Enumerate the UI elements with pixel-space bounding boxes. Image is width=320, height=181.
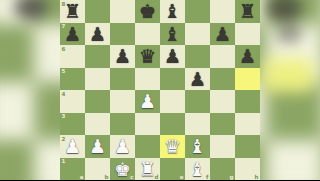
background-blur-piece-smudge — [276, 22, 302, 44]
square-g6[interactable] — [210, 45, 235, 68]
background-blur-highlight-smudge — [262, 58, 314, 92]
square-a6[interactable]: 6 — [60, 45, 85, 68]
piece-black-pawn[interactable]: ♟ — [210, 23, 235, 46]
square-b2[interactable]: ♟ — [85, 135, 110, 158]
piece-white-rook[interactable]: ♜ — [135, 158, 160, 181]
file-label-g: g — [230, 174, 234, 180]
rank-label-6: 6 — [62, 46, 66, 52]
piece-white-bishop[interactable]: ♝ — [185, 135, 210, 158]
square-c5[interactable] — [110, 68, 135, 91]
square-h7[interactable] — [235, 23, 260, 46]
chess-board: 8♜♚♝♜7♟♟♝♟6♟♛♟♟5♟4♟32♟♟♟♛♝1abc♚d♜ef♝gh — [60, 0, 260, 180]
square-b1[interactable]: b — [85, 158, 110, 181]
square-e3[interactable] — [160, 113, 185, 136]
square-h3[interactable] — [235, 113, 260, 136]
square-a1[interactable]: 1a — [60, 158, 85, 181]
square-f7[interactable] — [185, 23, 210, 46]
square-c4[interactable] — [110, 90, 135, 113]
piece-white-pawn[interactable]: ♟ — [60, 135, 85, 158]
square-d6[interactable]: ♛ — [135, 45, 160, 68]
square-e7[interactable]: ♝ — [160, 23, 185, 46]
piece-black-rook[interactable]: ♜ — [235, 0, 260, 23]
square-f2[interactable]: ♝ — [185, 135, 210, 158]
piece-black-king[interactable]: ♚ — [135, 0, 160, 23]
square-h8[interactable]: ♜ — [235, 0, 260, 23]
square-c8[interactable] — [110, 0, 135, 23]
file-label-a: a — [80, 174, 84, 180]
square-g5[interactable] — [210, 68, 235, 91]
square-b4[interactable] — [85, 90, 110, 113]
square-d5[interactable] — [135, 68, 160, 91]
file-label-e: e — [180, 174, 184, 180]
square-c7[interactable] — [110, 23, 135, 46]
square-g2[interactable] — [210, 135, 235, 158]
piece-white-pawn[interactable]: ♟ — [135, 90, 160, 113]
square-g7[interactable]: ♟ — [210, 23, 235, 46]
square-f3[interactable] — [185, 113, 210, 136]
piece-black-pawn[interactable]: ♟ — [160, 45, 185, 68]
square-a7[interactable]: 7♟ — [60, 23, 85, 46]
piece-black-pawn[interactable]: ♟ — [110, 45, 135, 68]
piece-white-queen[interactable]: ♛ — [160, 135, 185, 158]
piece-black-bishop[interactable]: ♝ — [160, 23, 185, 46]
square-b3[interactable] — [85, 113, 110, 136]
square-d8[interactable]: ♚ — [135, 0, 160, 23]
square-c3[interactable] — [110, 113, 135, 136]
square-c6[interactable]: ♟ — [110, 45, 135, 68]
square-g1[interactable]: g — [210, 158, 235, 181]
piece-white-bishop[interactable]: ♝ — [185, 158, 210, 181]
square-f6[interactable] — [185, 45, 210, 68]
square-c2[interactable]: ♟ — [110, 135, 135, 158]
square-h2[interactable] — [235, 135, 260, 158]
square-h1[interactable]: h — [235, 158, 260, 181]
square-a5[interactable]: 5 — [60, 68, 85, 91]
square-f4[interactable] — [185, 90, 210, 113]
square-h6[interactable]: ♟ — [235, 45, 260, 68]
square-b5[interactable] — [85, 68, 110, 91]
square-f5[interactable]: ♟ — [185, 68, 210, 91]
square-a3[interactable]: 3 — [60, 113, 85, 136]
square-e2[interactable]: ♛ — [160, 135, 185, 158]
square-e8[interactable]: ♝ — [160, 0, 185, 23]
piece-black-pawn[interactable]: ♟ — [235, 45, 260, 68]
square-g8[interactable] — [210, 0, 235, 23]
rank-label-1: 1 — [62, 158, 66, 164]
rank-label-3: 3 — [62, 113, 66, 119]
piece-black-pawn[interactable]: ♟ — [185, 68, 210, 91]
square-d1[interactable]: d♜ — [135, 158, 160, 181]
rank-label-5: 5 — [62, 68, 66, 74]
piece-black-queen[interactable]: ♛ — [135, 45, 160, 68]
piece-black-rook[interactable]: ♜ — [60, 0, 85, 23]
square-h5[interactable] — [235, 68, 260, 91]
square-e4[interactable] — [160, 90, 185, 113]
square-b8[interactable] — [85, 0, 110, 23]
square-d2[interactable] — [135, 135, 160, 158]
square-d3[interactable] — [135, 113, 160, 136]
piece-white-pawn[interactable]: ♟ — [110, 135, 135, 158]
square-e1[interactable]: e — [160, 158, 185, 181]
square-g4[interactable] — [210, 90, 235, 113]
file-label-h: h — [255, 174, 259, 180]
square-a8[interactable]: 8♜ — [60, 0, 85, 23]
square-g3[interactable] — [210, 113, 235, 136]
video-frame: 8♜♚♝♜7♟♟♝♟6♟♛♟♟5♟4♟32♟♟♟♛♝1abc♚d♜ef♝gh — [0, 0, 320, 180]
piece-black-pawn[interactable]: ♟ — [60, 23, 85, 46]
square-a4[interactable]: 4 — [60, 90, 85, 113]
square-d4[interactable]: ♟ — [135, 90, 160, 113]
square-f8[interactable] — [185, 0, 210, 23]
file-label-b: b — [105, 174, 109, 180]
square-b6[interactable] — [85, 45, 110, 68]
piece-black-pawn[interactable]: ♟ — [85, 23, 110, 46]
square-e5[interactable] — [160, 68, 185, 91]
square-b7[interactable]: ♟ — [85, 23, 110, 46]
square-a2[interactable]: 2♟ — [60, 135, 85, 158]
piece-white-pawn[interactable]: ♟ — [85, 135, 110, 158]
square-f1[interactable]: f♝ — [185, 158, 210, 181]
square-c1[interactable]: c♚ — [110, 158, 135, 181]
square-e6[interactable]: ♟ — [160, 45, 185, 68]
square-d7[interactable] — [135, 23, 160, 46]
piece-white-king[interactable]: ♚ — [110, 158, 135, 181]
rank-label-4: 4 — [62, 91, 66, 97]
square-h4[interactable] — [235, 90, 260, 113]
piece-black-bishop[interactable]: ♝ — [160, 0, 185, 23]
